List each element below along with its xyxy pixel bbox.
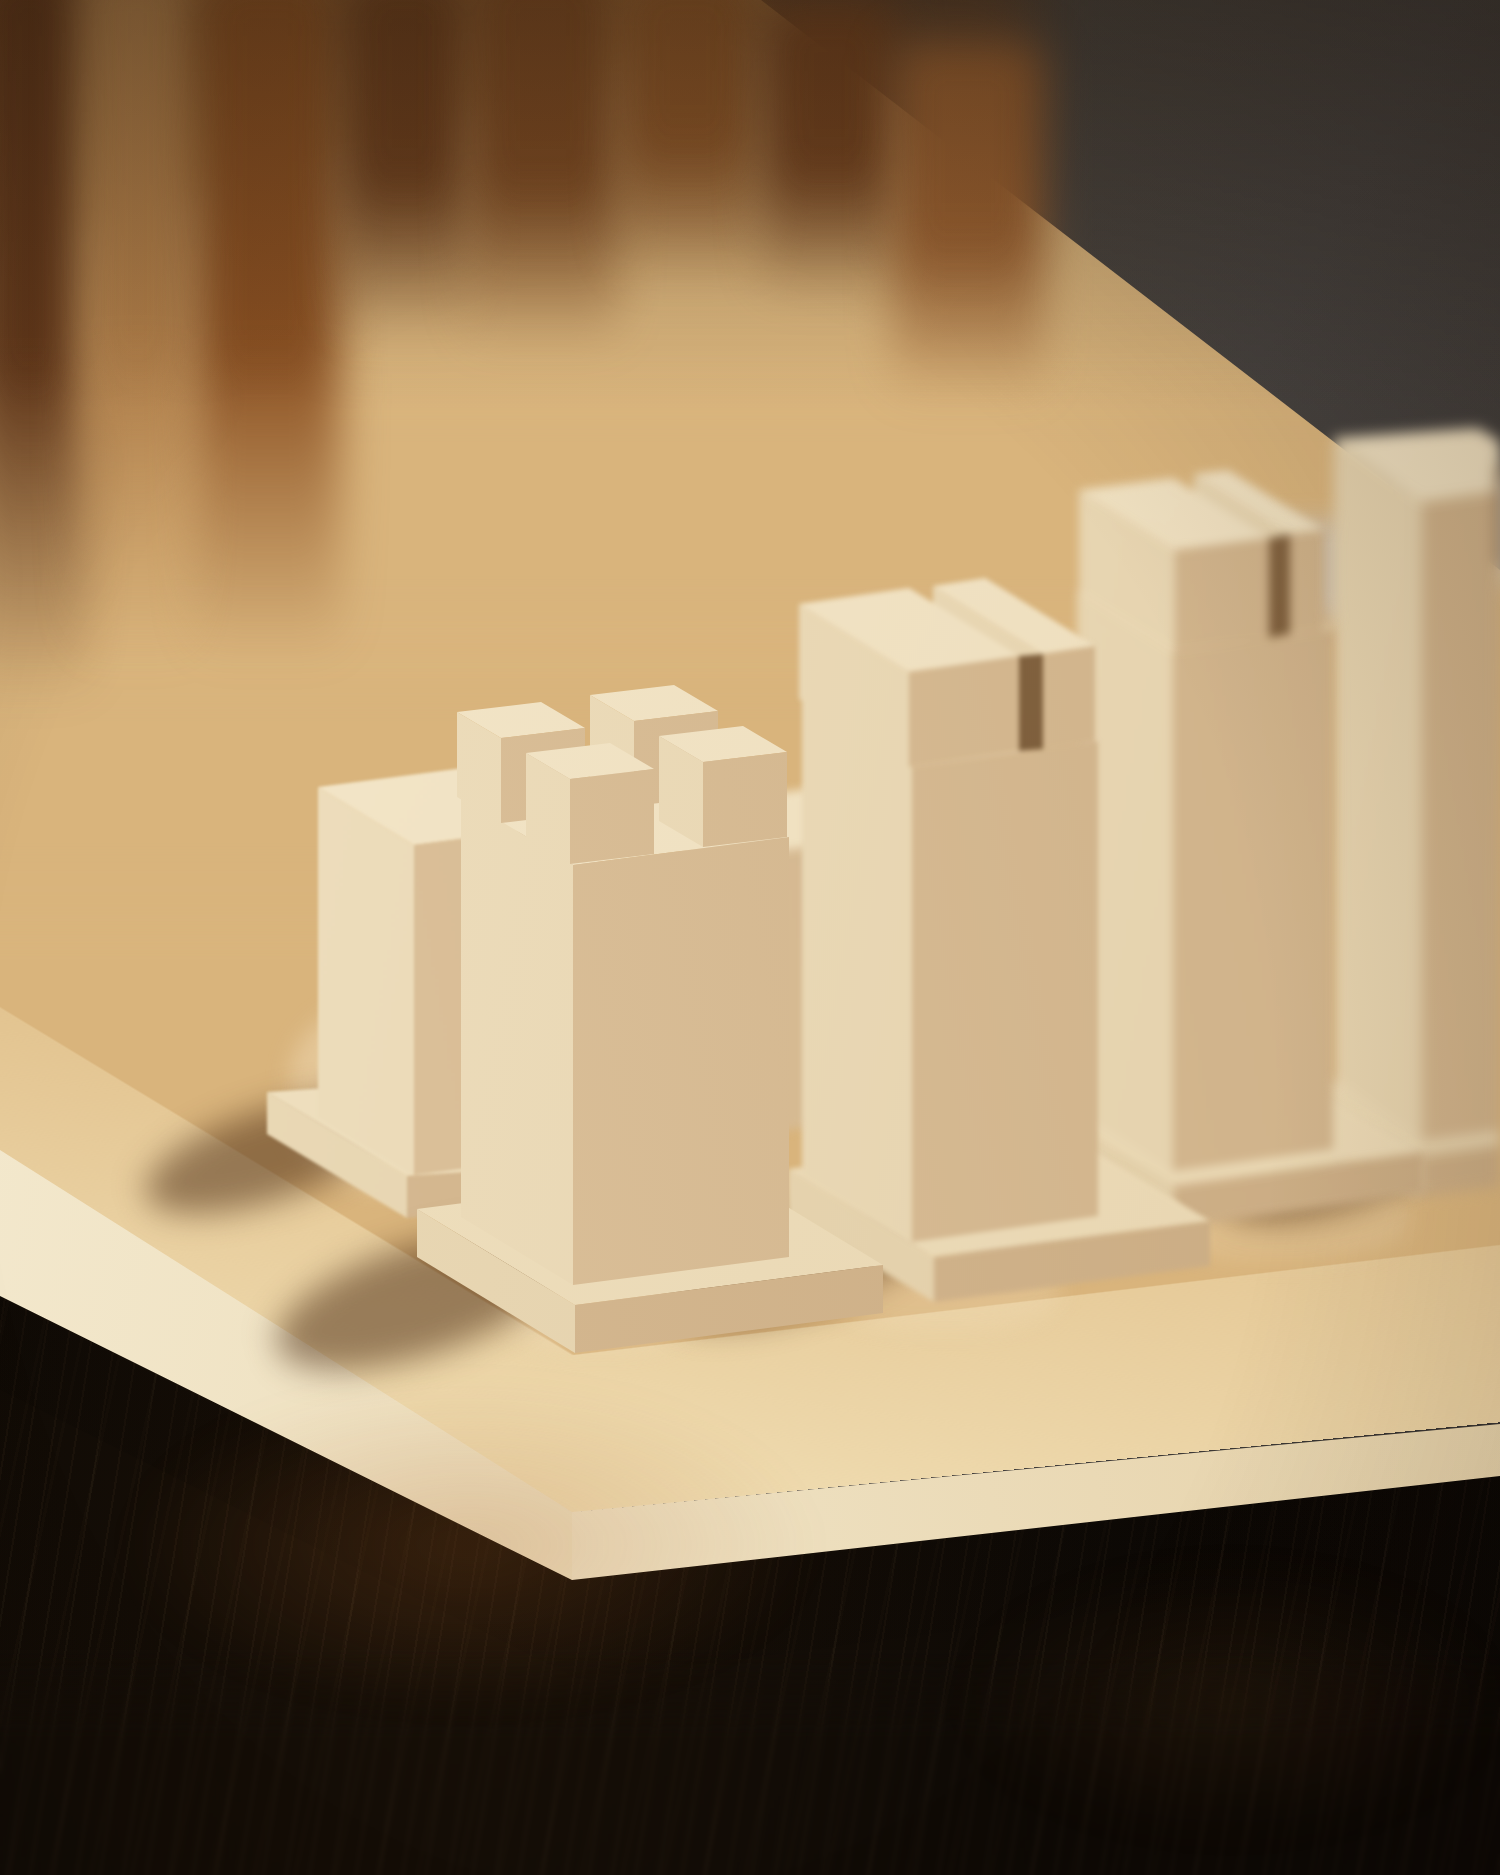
white-pieces [0,0,1500,1875]
chess-photo-scene [0,0,1500,1875]
foreground-softness [0,1650,1500,1875]
rook-a1-right-face [0,0,1500,1875]
white-rook-a1 [0,0,1500,1875]
